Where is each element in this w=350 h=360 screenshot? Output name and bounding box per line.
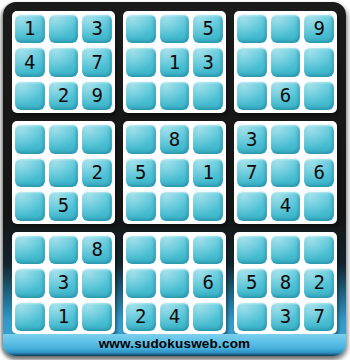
- cell-r8c7[interactable]: 5: [237, 268, 267, 297]
- cell-r6c4[interactable]: [126, 191, 156, 220]
- cell-r9c1[interactable]: [15, 302, 45, 331]
- cell-r7c4[interactable]: [126, 235, 156, 264]
- cell-r7c9[interactable]: [304, 235, 334, 264]
- cell-r6c5[interactable]: [160, 191, 190, 220]
- cell-r7c7[interactable]: [237, 235, 267, 264]
- cell-r6c1[interactable]: [15, 191, 45, 220]
- cell-r6c3[interactable]: [82, 191, 112, 220]
- cell-r3c8[interactable]: 6: [271, 81, 301, 110]
- cell-r5c8[interactable]: [271, 158, 301, 187]
- cell-r3c7[interactable]: [237, 81, 267, 110]
- box-r1c2: 513: [123, 11, 226, 113]
- cell-r2c5[interactable]: 1: [160, 47, 190, 76]
- box-r2c2: 851: [123, 121, 226, 223]
- cell-r7c6[interactable]: [193, 235, 223, 264]
- footer-bar: www.sudokusweb.com: [3, 334, 346, 356]
- cell-r4c8[interactable]: [271, 124, 301, 153]
- cell-r6c9[interactable]: [304, 191, 334, 220]
- cell-r9c9[interactable]: 7: [304, 302, 334, 331]
- cell-r5c2[interactable]: [49, 158, 79, 187]
- cell-r2c9[interactable]: [304, 47, 334, 76]
- cell-r5c4[interactable]: 5: [126, 158, 156, 187]
- cell-r2c2[interactable]: [49, 47, 79, 76]
- cell-r1c5[interactable]: [160, 14, 190, 43]
- cell-r9c3[interactable]: [82, 302, 112, 331]
- cell-r4c4[interactable]: [126, 124, 156, 153]
- cell-r7c5[interactable]: [160, 235, 190, 264]
- cell-r2c3[interactable]: 7: [82, 47, 112, 76]
- cell-r9c8[interactable]: 3: [271, 302, 301, 331]
- cell-r8c5[interactable]: [160, 268, 190, 297]
- cell-r4c3[interactable]: [82, 124, 112, 153]
- cell-r7c2[interactable]: [49, 235, 79, 264]
- cell-r8c6[interactable]: 6: [193, 268, 223, 297]
- cell-r9c4[interactable]: 2: [126, 302, 156, 331]
- cell-r3c4[interactable]: [126, 81, 156, 110]
- cell-r3c3[interactable]: 9: [82, 81, 112, 110]
- cell-r8c1[interactable]: [15, 268, 45, 297]
- cell-r5c5[interactable]: [160, 158, 190, 187]
- cell-r1c7[interactable]: [237, 14, 267, 43]
- cell-r4c2[interactable]: [49, 124, 79, 153]
- cell-r5c6[interactable]: 1: [193, 158, 223, 187]
- cell-r8c3[interactable]: [82, 268, 112, 297]
- cell-r1c2[interactable]: [49, 14, 79, 43]
- cell-r1c1[interactable]: 1: [15, 14, 45, 43]
- cell-r6c7[interactable]: [237, 191, 267, 220]
- site-url[interactable]: www.sudokusweb.com: [99, 336, 251, 351]
- cell-r8c4[interactable]: [126, 268, 156, 297]
- sudoku-board: 134729 513 96 25 851 3764 831 624 58237: [12, 11, 337, 334]
- box-r3c3: 58237: [234, 232, 337, 334]
- cell-r5c9[interactable]: 6: [304, 158, 334, 187]
- cell-r5c7[interactable]: 7: [237, 158, 267, 187]
- cell-r2c1[interactable]: 4: [15, 47, 45, 76]
- cell-r7c3[interactable]: 8: [82, 235, 112, 264]
- box-r2c3: 3764: [234, 121, 337, 223]
- box-r1c1: 134729: [12, 11, 115, 113]
- cell-r1c3[interactable]: 3: [82, 14, 112, 43]
- cell-r2c4[interactable]: [126, 47, 156, 76]
- cell-r2c8[interactable]: [271, 47, 301, 76]
- cell-r9c5[interactable]: 4: [160, 302, 190, 331]
- cell-r5c1[interactable]: [15, 158, 45, 187]
- cell-r1c4[interactable]: [126, 14, 156, 43]
- cell-r7c1[interactable]: [15, 235, 45, 264]
- cell-r1c9[interactable]: 9: [304, 14, 334, 43]
- cell-r3c6[interactable]: [193, 81, 223, 110]
- cell-r7c8[interactable]: [271, 235, 301, 264]
- box-r1c3: 96: [234, 11, 337, 113]
- cell-r9c6[interactable]: [193, 302, 223, 331]
- cell-r1c8[interactable]: [271, 14, 301, 43]
- cell-r1c6[interactable]: 5: [193, 14, 223, 43]
- cell-r6c2[interactable]: 5: [49, 191, 79, 220]
- cell-r2c6[interactable]: 3: [193, 47, 223, 76]
- box-r3c1: 831: [12, 232, 115, 334]
- box-r3c2: 624: [123, 232, 226, 334]
- cell-r8c9[interactable]: 2: [304, 268, 334, 297]
- cell-r2c7[interactable]: [237, 47, 267, 76]
- box-r2c1: 25: [12, 121, 115, 223]
- cell-r8c8[interactable]: 8: [271, 268, 301, 297]
- cell-r3c1[interactable]: [15, 81, 45, 110]
- cell-r4c6[interactable]: [193, 124, 223, 153]
- cell-r3c2[interactable]: 2: [49, 81, 79, 110]
- cell-r9c7[interactable]: [237, 302, 267, 331]
- cell-r4c1[interactable]: [15, 124, 45, 153]
- sudoku-widget: 134729 513 96 25 851 3764 831 624 58237 …: [3, 2, 346, 356]
- cell-r6c8[interactable]: 4: [271, 191, 301, 220]
- cell-r3c9[interactable]: [304, 81, 334, 110]
- cell-r5c3[interactable]: 2: [82, 158, 112, 187]
- cell-r4c7[interactable]: 3: [237, 124, 267, 153]
- cell-r8c2[interactable]: 3: [49, 268, 79, 297]
- cell-r6c6[interactable]: [193, 191, 223, 220]
- cell-r4c5[interactable]: 8: [160, 124, 190, 153]
- cell-r3c5[interactable]: [160, 81, 190, 110]
- cell-r9c2[interactable]: 1: [49, 302, 79, 331]
- cell-r4c9[interactable]: [304, 124, 334, 153]
